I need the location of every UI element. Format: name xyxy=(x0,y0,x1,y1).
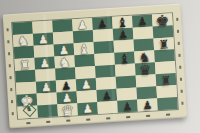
photo-background: ♟♟♝♟♚♞♟♟♟♝♜♜♟♞♝♞♛♟♟♟♜♚♟♟♛♟♟♟ ♞ xyxy=(0,0,200,133)
coordinate-tick xyxy=(118,114,138,119)
coordinate-tick xyxy=(7,59,12,71)
coordinate-tick xyxy=(177,49,182,61)
coordinate-tick xyxy=(98,116,118,121)
coordinate-tick xyxy=(179,85,184,97)
coordinate-tick xyxy=(176,37,181,49)
coordinate-tick xyxy=(38,119,58,124)
piece-white-queen: ♛ xyxy=(57,104,78,117)
coordinate-tick xyxy=(158,112,178,117)
coordinate-tick xyxy=(180,97,185,109)
coordinate-tick xyxy=(10,95,15,107)
coordinate-tick xyxy=(58,118,78,123)
coordinate-tick xyxy=(18,121,38,126)
coordinate-tick xyxy=(179,73,184,85)
square-h8[interactable] xyxy=(157,97,178,110)
square-h2[interactable] xyxy=(37,104,58,117)
piece-white-pawn: ♟ xyxy=(77,103,98,116)
coordinate-tick xyxy=(6,35,11,47)
coordinate-tick xyxy=(176,25,181,37)
square-h6[interactable]: ♟ xyxy=(117,99,138,112)
square-h7[interactable]: ♟ xyxy=(137,98,158,111)
coordinate-tick xyxy=(7,47,12,59)
square-h4[interactable]: ♟ xyxy=(77,102,98,115)
square-h3[interactable]: ♛ xyxy=(57,103,78,116)
knight-logo-icon: ♞ xyxy=(26,106,33,113)
chess-board: ♟♟♝♟♚♞♟♟♟♝♜♜♟♞♝♞♛♟♟♟♜♚♟♟♛♟♟♟ ♞ xyxy=(3,4,188,129)
coordinate-tick xyxy=(9,83,14,95)
coordinate-tick xyxy=(138,113,158,118)
square-h5[interactable] xyxy=(97,101,118,114)
coordinate-tick xyxy=(178,61,183,73)
coordinate-tick xyxy=(175,13,180,25)
board-logo-knight: ♞ xyxy=(22,103,36,117)
coordinate-tick xyxy=(5,23,10,35)
coordinate-tick xyxy=(78,117,98,122)
coordinate-tick xyxy=(8,71,13,83)
piece-black-pawn: ♟ xyxy=(117,100,138,113)
coordinate-tick xyxy=(10,107,15,119)
piece-black-pawn: ♟ xyxy=(137,99,158,112)
board-grid: ♟♟♝♟♚♞♟♟♟♝♜♜♟♞♝♞♛♟♟♟♜♚♟♟♛♟♟♟ xyxy=(12,13,178,119)
